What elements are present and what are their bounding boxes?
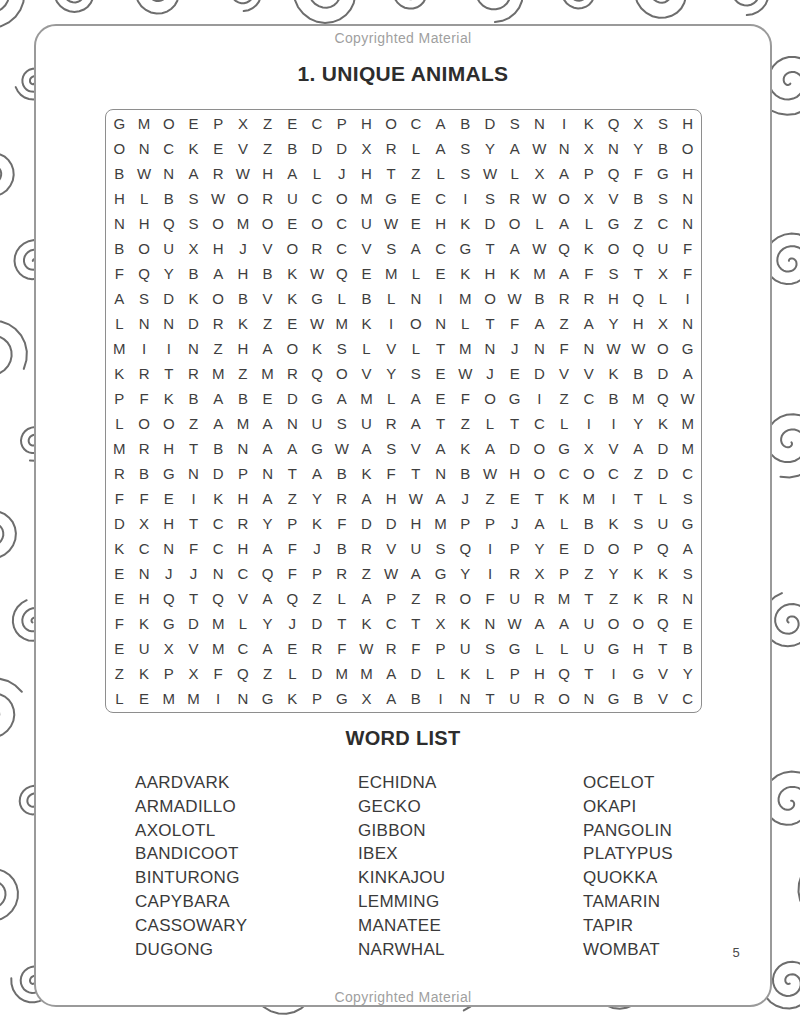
grid-cell[interactable]: O [132,236,157,261]
grid-cell[interactable]: F [280,561,305,586]
grid-cell[interactable]: P [156,661,181,686]
grid-cell[interactable]: L [428,161,453,186]
grid-cell[interactable]: R [379,411,404,436]
grid-cell[interactable]: N [428,311,453,336]
grid-cell[interactable]: Q [601,111,626,136]
grid-cell[interactable]: W [379,561,404,586]
grid-cell[interactable]: Z [404,161,429,186]
grid-cell[interactable]: B [675,636,700,661]
grid-cell[interactable]: X [576,136,601,161]
grid-cell[interactable]: L [502,161,527,186]
grid-cell[interactable]: Q [601,161,626,186]
grid-cell[interactable]: R [206,161,231,186]
grid-cell[interactable]: O [404,311,429,336]
grid-cell[interactable]: A [404,411,429,436]
grid-cell[interactable]: G [675,336,700,361]
grid-cell[interactable]: O [132,411,157,436]
grid-cell[interactable]: F [329,511,354,536]
grid-cell[interactable]: A [379,661,404,686]
grid-cell[interactable]: C [305,111,330,136]
grid-cell[interactable]: K [107,361,132,386]
grid-cell[interactable]: N [280,411,305,436]
grid-cell[interactable]: D [206,461,231,486]
grid-cell[interactable]: N [478,611,503,636]
grid-cell[interactable]: X [428,611,453,636]
grid-cell[interactable]: A [181,161,206,186]
grid-cell[interactable]: N [231,686,256,711]
grid-cell[interactable]: E [280,211,305,236]
grid-cell[interactable]: A [552,211,577,236]
grid-cell[interactable]: K [132,611,157,636]
grid-cell[interactable]: A [404,386,429,411]
grid-cell[interactable]: A [206,411,231,436]
grid-cell[interactable]: N [206,561,231,586]
grid-cell[interactable]: W [502,611,527,636]
grid-cell[interactable]: E [428,261,453,286]
grid-cell[interactable]: V [552,361,577,386]
grid-cell[interactable]: G [329,686,354,711]
grid-cell[interactable]: L [107,411,132,436]
grid-cell[interactable]: H [626,311,651,336]
grid-cell[interactable]: M [206,636,231,661]
grid-cell[interactable]: R [255,186,280,211]
grid-cell[interactable]: L [527,636,552,661]
grid-cell[interactable]: R [651,586,676,611]
grid-cell[interactable]: Z [255,661,280,686]
grid-cell[interactable]: Z [478,486,503,511]
grid-cell[interactable]: P [280,511,305,536]
grid-cell[interactable]: U [156,236,181,261]
grid-cell[interactable]: B [329,461,354,486]
grid-cell[interactable]: S [329,336,354,361]
grid-cell[interactable]: Y [626,411,651,436]
grid-cell[interactable]: C [576,386,601,411]
grid-cell[interactable]: C [601,461,626,486]
grid-cell[interactable]: J [329,161,354,186]
grid-cell[interactable]: O [601,611,626,636]
grid-cell[interactable]: R [502,186,527,211]
grid-cell[interactable]: U [354,411,379,436]
grid-cell[interactable]: I [156,336,181,361]
grid-cell[interactable]: Q [231,661,256,686]
grid-cell[interactable]: G [502,636,527,661]
grid-cell[interactable]: S [379,436,404,461]
grid-cell[interactable]: H [502,461,527,486]
grid-cell[interactable]: E [255,386,280,411]
grid-cell[interactable]: G [255,686,280,711]
grid-cell[interactable]: A [404,561,429,586]
grid-cell[interactable]: E [107,561,132,586]
grid-cell[interactable]: C [428,186,453,211]
grid-cell[interactable]: X [354,136,379,161]
grid-cell[interactable]: X [156,636,181,661]
grid-cell[interactable]: M [255,361,280,386]
grid-cell[interactable]: L [305,161,330,186]
grid-cell[interactable]: T [280,461,305,486]
grid-cell[interactable]: S [379,236,404,261]
grid-cell[interactable]: Y [255,511,280,536]
grid-cell[interactable]: H [231,336,256,361]
grid-cell[interactable]: L [428,661,453,686]
grid-cell[interactable]: P [379,586,404,611]
grid-cell[interactable]: R [206,311,231,336]
grid-cell[interactable]: B [206,436,231,461]
grid-cell[interactable]: E [428,361,453,386]
grid-cell[interactable]: T [478,311,503,336]
grid-cell[interactable]: V [379,536,404,561]
grid-cell[interactable]: Q [626,286,651,311]
grid-cell[interactable]: Q [132,261,157,286]
grid-cell[interactable]: R [576,286,601,311]
grid-cell[interactable]: A [255,536,280,561]
grid-cell[interactable]: Q [453,536,478,561]
grid-cell[interactable]: X [527,161,552,186]
grid-cell[interactable]: B [601,386,626,411]
grid-cell[interactable]: W [502,286,527,311]
grid-cell[interactable]: X [576,186,601,211]
grid-cell[interactable]: W [626,336,651,361]
grid-cell[interactable]: D [502,436,527,461]
grid-cell[interactable]: S [428,536,453,561]
grid-cell[interactable]: H [231,486,256,511]
grid-cell[interactable]: F [478,586,503,611]
grid-cell[interactable]: N [601,136,626,161]
grid-cell[interactable]: Z [552,311,577,336]
grid-cell[interactable]: Z [626,461,651,486]
grid-cell[interactable]: J [156,561,181,586]
grid-cell[interactable]: J [502,336,527,361]
grid-cell[interactable]: M [206,361,231,386]
grid-cell[interactable]: W [675,386,700,411]
grid-cell[interactable]: A [255,436,280,461]
grid-cell[interactable]: A [255,636,280,661]
grid-cell[interactable]: Q [255,561,280,586]
grid-cell[interactable]: T [651,636,676,661]
grid-cell[interactable]: E [280,311,305,336]
grid-cell[interactable]: H [675,111,700,136]
grid-cell[interactable]: D [305,136,330,161]
grid-cell[interactable]: A [478,436,503,461]
grid-cell[interactable]: B [329,536,354,561]
grid-cell[interactable]: D [329,136,354,161]
grid-cell[interactable]: B [404,686,429,711]
grid-cell[interactable]: Z [231,361,256,386]
grid-cell[interactable]: N [231,436,256,461]
grid-cell[interactable]: W [132,161,157,186]
grid-cell[interactable]: F [379,461,404,486]
grid-cell[interactable]: S [453,136,478,161]
grid-cell[interactable]: O [280,336,305,361]
grid-cell[interactable]: R [354,536,379,561]
grid-cell[interactable]: K [453,261,478,286]
grid-cell[interactable]: C [305,186,330,211]
grid-cell[interactable]: K [576,111,601,136]
grid-cell[interactable]: Y [379,361,404,386]
grid-cell[interactable]: T [404,461,429,486]
grid-cell[interactable]: F [107,261,132,286]
grid-cell[interactable]: I [478,561,503,586]
grid-cell[interactable]: B [181,261,206,286]
grid-cell[interactable]: K [502,261,527,286]
grid-cell[interactable]: O [156,411,181,436]
grid-cell[interactable]: C [156,136,181,161]
grid-cell[interactable]: K [626,561,651,586]
grid-cell[interactable]: K [181,136,206,161]
grid-cell[interactable]: A [576,311,601,336]
grid-cell[interactable]: T [329,611,354,636]
grid-cell[interactable]: Y [675,661,700,686]
grid-cell[interactable]: B [280,136,305,161]
grid-cell[interactable]: O [601,536,626,561]
grid-cell[interactable]: A [255,411,280,436]
grid-cell[interactable]: K [601,511,626,536]
grid-cell[interactable]: U [132,636,157,661]
grid-cell[interactable]: B [107,236,132,261]
grid-cell[interactable]: N [675,586,700,611]
grid-cell[interactable]: M [231,211,256,236]
grid-cell[interactable]: G [626,661,651,686]
grid-cell[interactable]: Q [305,361,330,386]
grid-cell[interactable]: K [280,261,305,286]
grid-cell[interactable]: K [280,686,305,711]
grid-cell[interactable]: X [181,236,206,261]
grid-cell[interactable]: E [354,261,379,286]
grid-cell[interactable]: A [354,486,379,511]
grid-cell[interactable]: R [379,136,404,161]
grid-cell[interactable]: Z [255,136,280,161]
grid-cell[interactable]: J [502,511,527,536]
grid-cell[interactable]: T [502,411,527,436]
grid-cell[interactable]: L [576,211,601,236]
grid-cell[interactable]: H [601,286,626,311]
grid-cell[interactable]: A [527,611,552,636]
grid-cell[interactable]: L [354,336,379,361]
grid-cell[interactable]: E [404,211,429,236]
grid-cell[interactable]: O [107,136,132,161]
grid-cell[interactable]: D [404,661,429,686]
grid-cell[interactable]: U [502,686,527,711]
grid-cell[interactable]: N [107,211,132,236]
grid-cell[interactable]: A [428,436,453,461]
grid-cell[interactable]: P [576,161,601,186]
grid-cell[interactable]: D [478,111,503,136]
grid-cell[interactable]: L [527,211,552,236]
grid-cell[interactable]: D [107,511,132,536]
grid-cell[interactable]: D [651,461,676,486]
grid-cell[interactable]: X [527,561,552,586]
grid-cell[interactable]: O [651,336,676,361]
grid-cell[interactable]: B [181,386,206,411]
grid-cell[interactable]: W [478,461,503,486]
grid-cell[interactable]: F [107,486,132,511]
grid-cell[interactable]: U [651,236,676,261]
grid-cell[interactable]: U [576,611,601,636]
grid-cell[interactable]: E [552,536,577,561]
grid-cell[interactable]: I [552,111,577,136]
grid-cell[interactable]: N [255,461,280,486]
grid-cell[interactable]: W [404,486,429,511]
grid-cell[interactable]: T [181,511,206,536]
grid-cell[interactable]: O [206,211,231,236]
grid-cell[interactable]: Y [156,261,181,286]
grid-cell[interactable]: B [453,111,478,136]
grid-cell[interactable]: G [453,236,478,261]
grid-cell[interactable]: M [206,611,231,636]
grid-cell[interactable]: E [156,486,181,511]
grid-cell[interactable]: S [478,636,503,661]
grid-cell[interactable]: M [132,111,157,136]
grid-cell[interactable]: I [181,486,206,511]
grid-cell[interactable]: I [478,536,503,561]
grid-cell[interactable]: T [626,486,651,511]
grid-cell[interactable]: O [601,236,626,261]
grid-cell[interactable]: S [651,111,676,136]
grid-cell[interactable]: B [231,286,256,311]
grid-cell[interactable]: T [379,161,404,186]
grid-cell[interactable]: H [231,261,256,286]
grid-cell[interactable]: W [478,161,503,186]
grid-cell[interactable]: B [626,686,651,711]
grid-cell[interactable]: L [404,136,429,161]
grid-cell[interactable]: K [651,411,676,436]
grid-cell[interactable]: A [206,386,231,411]
grid-cell[interactable]: O [329,186,354,211]
grid-cell[interactable]: C [552,461,577,486]
grid-cell[interactable]: O [329,361,354,386]
grid-cell[interactable]: O [478,386,503,411]
grid-cell[interactable]: C [651,211,676,236]
grid-cell[interactable]: P [502,536,527,561]
grid-cell[interactable]: L [231,611,256,636]
grid-cell[interactable]: C [404,111,429,136]
grid-cell[interactable]: F [453,386,478,411]
grid-cell[interactable]: B [354,286,379,311]
grid-cell[interactable]: R [305,236,330,261]
grid-cell[interactable]: S [478,186,503,211]
grid-cell[interactable]: A [107,286,132,311]
grid-cell[interactable]: T [428,411,453,436]
grid-cell[interactable]: U [280,186,305,211]
grid-cell[interactable]: K [651,561,676,586]
grid-cell[interactable]: R [107,461,132,486]
grid-cell[interactable]: G [502,386,527,411]
grid-cell[interactable]: L [453,311,478,336]
grid-cell[interactable]: R [280,361,305,386]
grid-cell[interactable]: T [527,486,552,511]
grid-cell[interactable]: O [527,461,552,486]
grid-cell[interactable]: A [280,161,305,186]
grid-cell[interactable]: E [675,611,700,636]
grid-cell[interactable]: W [231,161,256,186]
grid-cell[interactable]: S [675,486,700,511]
grid-cell[interactable]: Q [329,261,354,286]
grid-cell[interactable]: N [478,336,503,361]
grid-cell[interactable]: O [576,461,601,486]
grid-cell[interactable]: R [305,636,330,661]
grid-cell[interactable]: D [280,386,305,411]
grid-cell[interactable]: G [601,686,626,711]
grid-cell[interactable]: Y [255,611,280,636]
grid-cell[interactable]: Y [601,311,626,336]
grid-cell[interactable]: I [576,411,601,436]
grid-cell[interactable]: U [305,411,330,436]
grid-cell[interactable]: I [132,336,157,361]
grid-cell[interactable]: G [156,611,181,636]
grid-cell[interactable]: C [675,686,700,711]
grid-cell[interactable]: C [231,636,256,661]
grid-cell[interactable]: V [379,336,404,361]
grid-cell[interactable]: T [156,361,181,386]
grid-cell[interactable]: B [626,361,651,386]
grid-cell[interactable]: M [181,686,206,711]
grid-cell[interactable]: Q [552,661,577,686]
grid-cell[interactable]: K [107,536,132,561]
grid-cell[interactable]: J [453,486,478,511]
grid-cell[interactable]: A [626,436,651,461]
grid-cell[interactable]: M [329,311,354,336]
grid-cell[interactable]: O [552,186,577,211]
grid-cell[interactable]: Y [527,536,552,561]
grid-cell[interactable]: M [354,186,379,211]
grid-cell[interactable]: C [206,536,231,561]
grid-cell[interactable]: V [255,236,280,261]
grid-cell[interactable]: D [478,211,503,236]
grid-cell[interactable]: M [354,386,379,411]
grid-cell[interactable]: I [428,286,453,311]
grid-cell[interactable]: K [453,661,478,686]
grid-cell[interactable]: Z [626,211,651,236]
grid-cell[interactable]: F [329,636,354,661]
grid-cell[interactable]: G [428,561,453,586]
grid-cell[interactable]: F [552,336,577,361]
grid-cell[interactable]: O [626,611,651,636]
grid-cell[interactable]: M [231,411,256,436]
grid-cell[interactable]: J [181,561,206,586]
grid-cell[interactable]: W [305,311,330,336]
grid-cell[interactable]: M [156,686,181,711]
grid-cell[interactable]: I [601,411,626,436]
grid-cell[interactable]: T [576,586,601,611]
grid-cell[interactable]: S [329,411,354,436]
grid-cell[interactable]: K [453,611,478,636]
grid-cell[interactable]: S [404,361,429,386]
grid-cell[interactable]: E [181,111,206,136]
grid-cell[interactable]: M [354,661,379,686]
grid-cell[interactable]: M [428,511,453,536]
grid-cell[interactable]: O [675,136,700,161]
grid-cell[interactable]: G [601,211,626,236]
grid-cell[interactable]: P [231,461,256,486]
grid-cell[interactable]: L [107,686,132,711]
grid-cell[interactable]: W [329,436,354,461]
grid-cell[interactable]: L [404,336,429,361]
grid-cell[interactable]: O [305,211,330,236]
grid-cell[interactable]: V [601,186,626,211]
grid-cell[interactable]: T [404,611,429,636]
grid-cell[interactable]: A [255,486,280,511]
grid-cell[interactable]: N [181,336,206,361]
grid-cell[interactable]: A [428,136,453,161]
grid-cell[interactable]: M [527,261,552,286]
grid-cell[interactable]: O [527,436,552,461]
grid-cell[interactable]: H [156,511,181,536]
grid-cell[interactable]: C [132,536,157,561]
grid-cell[interactable]: H [255,161,280,186]
grid-cell[interactable]: V [354,361,379,386]
grid-cell[interactable]: A [354,586,379,611]
grid-cell[interactable]: L [280,661,305,686]
grid-cell[interactable]: W [379,211,404,236]
